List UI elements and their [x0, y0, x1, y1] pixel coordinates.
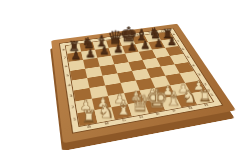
square-f4[interactable] — [146, 67, 165, 79]
board-squares: ♜♞♝♛♚♝♞♜♟♟♟♟♟♟♟♟♟♟♟♟♟♟♟♟♜♞♝♛♚♝♞♜ — [66, 32, 213, 126]
piece-black-pawn[interactable]: ♟ — [61, 49, 91, 61]
square-e4[interactable] — [132, 69, 151, 81]
board-border-strip: ABCDEFGH 87654321 ♜♞♝♛♚♝♞♜♟♟♟♟♟♟♟♟♟♟♟♟♟♟… — [60, 28, 222, 132]
piece-white-rook[interactable]: ♜ — [70, 108, 107, 125]
product-photo-background: ABCDEFGH 87654321 ♜♞♝♛♚♝♞♜♟♟♟♟♟♟♟♟♟♟♟♟♟♟… — [0, 0, 240, 150]
square-a7[interactable]: ♟ — [67, 52, 83, 62]
square-a1[interactable]: ♜ — [77, 110, 97, 126]
chessboard: ABCDEFGH 87654321 ♜♞♝♛♚♝♞♜♟♟♟♟♟♟♟♟♟♟♟♟♟♟… — [51, 24, 236, 144]
board-frame: ABCDEFGH 87654321 ♜♞♝♛♚♝♞♜♟♟♟♟♟♟♟♟♟♟♟♟♟♟… — [51, 24, 236, 144]
